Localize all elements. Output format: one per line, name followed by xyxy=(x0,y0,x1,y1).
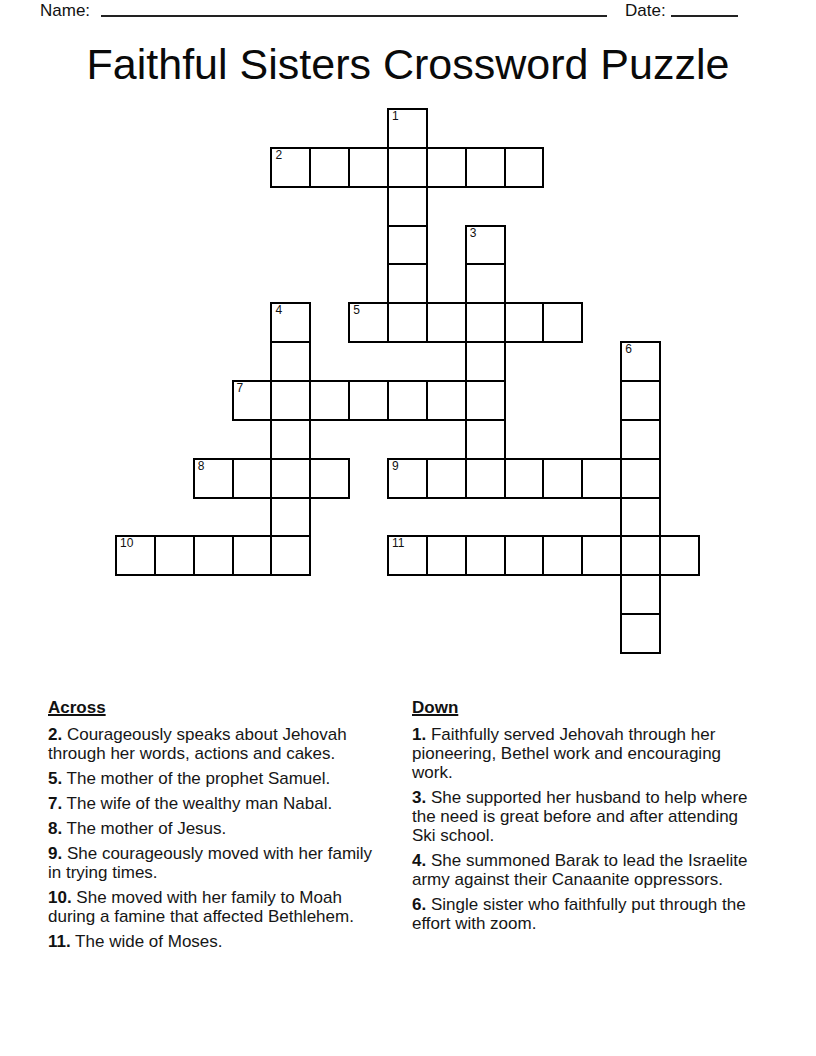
grid-cell[interactable] xyxy=(620,497,661,538)
grid-cell[interactable] xyxy=(309,380,350,421)
clue-item-number: 7. xyxy=(48,794,62,813)
clue-item: 4. She summoned Barak to lead the Israel… xyxy=(412,851,762,889)
grid-cell[interactable]: 9 xyxy=(387,458,428,499)
grid-cell[interactable]: 2 xyxy=(270,147,311,188)
clue-item-number: 10. xyxy=(48,888,72,907)
clue-number: 11 xyxy=(392,537,404,550)
grid-cell[interactable] xyxy=(620,535,661,576)
grid-cell[interactable] xyxy=(387,302,428,343)
grid-cell[interactable]: 8 xyxy=(193,458,234,499)
clue-item-number: 2. xyxy=(48,725,62,744)
grid-cell[interactable] xyxy=(232,535,273,576)
clue-item: 6. Single sister who faithfully put thro… xyxy=(412,895,762,933)
date-label: Date: xyxy=(625,1,666,21)
grid-cell[interactable] xyxy=(465,535,506,576)
grid-cell[interactable] xyxy=(387,380,428,421)
grid-cell[interactable] xyxy=(387,147,428,188)
crossword-grid: 1234567891011 xyxy=(116,109,700,655)
grid-cell[interactable] xyxy=(659,535,700,576)
grid-cell[interactable] xyxy=(426,535,467,576)
grid-cell[interactable] xyxy=(154,535,195,576)
clue-number: 9 xyxy=(392,460,399,473)
clue-number: 7 xyxy=(237,382,244,395)
clue-number: 8 xyxy=(198,460,205,473)
grid-cell[interactable] xyxy=(465,263,506,304)
grid-cell[interactable] xyxy=(270,380,311,421)
clue-item: 8. The mother of Jesus. xyxy=(48,819,390,838)
grid-cell[interactable] xyxy=(270,458,311,499)
grid-cell[interactable] xyxy=(465,419,506,460)
grid-cell[interactable] xyxy=(270,419,311,460)
grid-cell[interactable] xyxy=(620,419,661,460)
clue-item-number: 5. xyxy=(48,769,62,788)
clue-item: 7. The wife of the wealthy man Nabal. xyxy=(48,794,390,813)
grid-cell[interactable] xyxy=(387,263,428,304)
grid-cell[interactable] xyxy=(542,535,583,576)
grid-cell[interactable]: 4 xyxy=(270,302,311,343)
grid-cell[interactable] xyxy=(387,186,428,227)
across-heading: Across xyxy=(48,698,390,718)
clue-item: 3. She supported her husband to help whe… xyxy=(412,788,762,845)
grid-cell[interactable] xyxy=(465,147,506,188)
down-heading: Down xyxy=(412,698,762,718)
grid-cell[interactable] xyxy=(581,458,622,499)
grid-cell[interactable] xyxy=(504,458,545,499)
clue-item-number: 9. xyxy=(48,844,62,863)
grid-cell[interactable]: 7 xyxy=(232,380,273,421)
grid-cell[interactable]: 10 xyxy=(115,535,156,576)
grid-cell[interactable]: 6 xyxy=(620,341,661,382)
clue-item: 11. The wide of Moses. xyxy=(48,932,390,951)
grid-cell[interactable] xyxy=(620,613,661,654)
grid-cell[interactable]: 11 xyxy=(387,535,428,576)
grid-cell[interactable]: 5 xyxy=(348,302,389,343)
clue-number: 5 xyxy=(353,304,360,317)
grid-cell[interactable] xyxy=(465,302,506,343)
clue-item-number: 11. xyxy=(48,932,71,951)
grid-cell[interactable] xyxy=(270,497,311,538)
clue-item: 5. The mother of the prophet Samuel. xyxy=(48,769,390,788)
across-clues-column: Across 2. Courageously speaks about Jeho… xyxy=(48,698,390,957)
grid-cell[interactable] xyxy=(465,458,506,499)
grid-cell[interactable] xyxy=(348,147,389,188)
grid-cell[interactable] xyxy=(504,535,545,576)
grid-cell[interactable] xyxy=(348,380,389,421)
grid-cell[interactable] xyxy=(542,458,583,499)
grid-cell[interactable] xyxy=(309,458,350,499)
grid-cell[interactable] xyxy=(270,341,311,382)
grid-cell[interactable] xyxy=(270,535,311,576)
clue-item-number: 3. xyxy=(412,788,426,807)
clue-number: 3 xyxy=(470,227,477,240)
grid-cell[interactable] xyxy=(542,302,583,343)
clue-item: 9. She courageously moved with her famil… xyxy=(48,844,390,882)
across-clue-list: 2. Courageously speaks about Jehovah thr… xyxy=(48,725,390,951)
down-clue-list: 1. Faithfully served Jehovah through her… xyxy=(412,725,762,933)
grid-cell[interactable] xyxy=(309,147,350,188)
clue-item: 2. Courageously speaks about Jehovah thr… xyxy=(48,725,390,763)
grid-cell[interactable] xyxy=(504,147,545,188)
grid-cell[interactable] xyxy=(504,302,545,343)
grid-cell[interactable] xyxy=(620,574,661,615)
grid-cell[interactable] xyxy=(193,535,234,576)
grid-cell[interactable] xyxy=(387,225,428,266)
clue-item-number: 6. xyxy=(412,895,426,914)
grid-cell[interactable] xyxy=(620,458,661,499)
clue-number: 10 xyxy=(120,537,133,550)
clue-number: 4 xyxy=(275,304,282,317)
grid-cell[interactable] xyxy=(426,302,467,343)
page-title: Faithful Sisters Crossword Puzzle xyxy=(0,40,816,89)
date-input-line[interactable] xyxy=(671,0,738,17)
grid-cell[interactable] xyxy=(465,380,506,421)
clue-number: 6 xyxy=(625,343,632,356)
clue-item-number: 4. xyxy=(412,851,426,870)
grid-cell[interactable] xyxy=(581,535,622,576)
down-clues-column: Down 1. Faithfully served Jehovah throug… xyxy=(412,698,762,939)
clue-item-number: 8. xyxy=(48,819,62,838)
grid-cell[interactable]: 3 xyxy=(465,225,506,266)
grid-cell[interactable] xyxy=(426,147,467,188)
grid-cell[interactable] xyxy=(620,380,661,421)
grid-cell[interactable] xyxy=(426,458,467,499)
clue-item-number: 1. xyxy=(412,725,426,744)
grid-cell[interactable]: 1 xyxy=(387,108,428,149)
clue-item: 10. She moved with her family to Moah du… xyxy=(48,888,390,926)
grid-cell[interactable] xyxy=(465,341,506,382)
grid-cell[interactable] xyxy=(426,380,467,421)
grid-cell[interactable] xyxy=(232,458,273,499)
clue-number: 2 xyxy=(275,149,282,162)
clue-item: 1. Faithfully served Jehovah through her… xyxy=(412,725,762,782)
clue-number: 1 xyxy=(392,110,399,123)
name-label: Name: xyxy=(40,1,90,21)
name-input-line[interactable] xyxy=(101,0,607,17)
